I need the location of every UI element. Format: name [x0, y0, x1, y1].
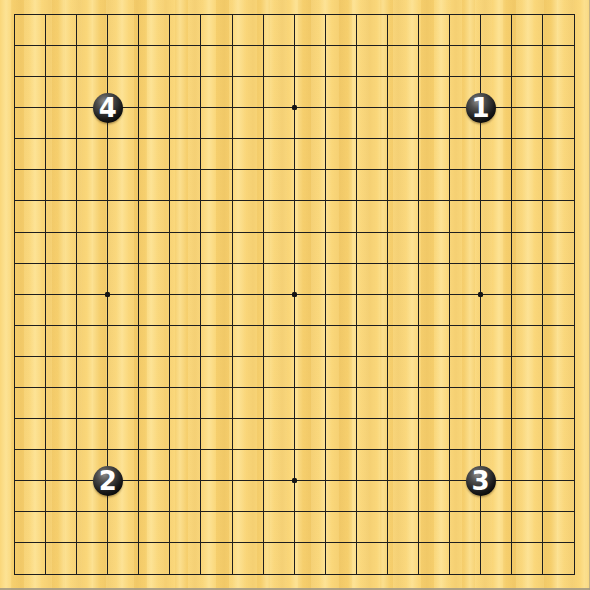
grid-cell	[295, 233, 326, 264]
grid-cell	[77, 543, 108, 574]
grid-cell	[15, 264, 46, 295]
grid-cell	[233, 15, 264, 46]
grid-cell	[233, 264, 264, 295]
grid-cell	[419, 481, 450, 512]
grid-cell	[326, 201, 357, 232]
grid-cell	[326, 15, 357, 46]
grid-cell	[481, 295, 512, 326]
grid-cell	[295, 201, 326, 232]
grid-cell	[543, 450, 574, 481]
grid-cell	[139, 357, 170, 388]
grid-cell	[264, 233, 295, 264]
star-point	[292, 478, 297, 483]
grid-cell	[419, 357, 450, 388]
grid-cell	[512, 46, 543, 77]
grid-cell	[512, 512, 543, 543]
grid-cell	[170, 295, 201, 326]
grid-cell	[388, 77, 419, 108]
grid-cell	[543, 326, 574, 357]
grid-cell	[543, 357, 574, 388]
grid-cell	[543, 512, 574, 543]
grid-cell	[388, 46, 419, 77]
grid-cell	[46, 77, 77, 108]
grid-cell	[326, 419, 357, 450]
grid-cell	[419, 543, 450, 574]
grid-cell	[326, 450, 357, 481]
grid-cell	[388, 264, 419, 295]
grid-cell	[295, 295, 326, 326]
grid-cell	[201, 264, 232, 295]
grid-cell	[450, 201, 481, 232]
grid-cell	[201, 201, 232, 232]
grid-cell	[108, 233, 139, 264]
grid-cell	[77, 512, 108, 543]
grid-cell	[264, 139, 295, 170]
grid-cell	[450, 46, 481, 77]
stone-number: 4	[99, 92, 117, 122]
grid-cell	[77, 233, 108, 264]
grid-cell	[512, 357, 543, 388]
grid-cell	[326, 46, 357, 77]
grid-cell	[233, 77, 264, 108]
grid-cell	[419, 108, 450, 139]
stone-move-4[interactable]: 4	[93, 93, 123, 123]
grid-cell	[481, 46, 512, 77]
grid-cell	[543, 15, 574, 46]
grid-cell	[139, 388, 170, 419]
grid-cell	[46, 46, 77, 77]
grid-cell	[201, 46, 232, 77]
grid-cell	[543, 419, 574, 450]
grid-cell	[15, 450, 46, 481]
grid-cell	[264, 543, 295, 574]
grid-cell	[46, 388, 77, 419]
grid-cell	[419, 46, 450, 77]
grid-cell	[77, 264, 108, 295]
grid-cell	[46, 264, 77, 295]
grid-cell	[108, 46, 139, 77]
grid-cell	[77, 388, 108, 419]
grid-cell	[139, 450, 170, 481]
grid-cell	[419, 77, 450, 108]
grid-cell	[295, 77, 326, 108]
grid-cell	[233, 543, 264, 574]
grid-cell	[264, 201, 295, 232]
grid-cell	[201, 233, 232, 264]
grid-cell	[201, 139, 232, 170]
grid-cell	[481, 388, 512, 419]
grid-cell	[201, 543, 232, 574]
grid-cell	[326, 357, 357, 388]
grid-cell	[543, 295, 574, 326]
grid-cell	[481, 264, 512, 295]
grid-cell	[201, 419, 232, 450]
grid-cell	[264, 512, 295, 543]
grid-cell	[419, 419, 450, 450]
grid-cell	[388, 108, 419, 139]
grid-cell	[450, 15, 481, 46]
grid-cell	[295, 357, 326, 388]
grid-cell	[15, 543, 46, 574]
grid-cell	[295, 543, 326, 574]
grid-cell	[108, 295, 139, 326]
grid-cell	[419, 139, 450, 170]
grid-cell	[15, 233, 46, 264]
grid-cell	[108, 139, 139, 170]
grid-cell	[108, 388, 139, 419]
grid-cell	[357, 108, 388, 139]
grid-cell	[512, 15, 543, 46]
grid-cell	[512, 233, 543, 264]
star-point	[105, 292, 110, 297]
grid-cell	[264, 108, 295, 139]
grid-cell	[170, 481, 201, 512]
grid-cell	[357, 77, 388, 108]
grid-cell	[326, 139, 357, 170]
grid-cell	[139, 139, 170, 170]
grid-cell	[419, 233, 450, 264]
grid-cell	[170, 170, 201, 201]
grid-cell	[201, 450, 232, 481]
grid-cell	[15, 512, 46, 543]
grid-cell	[357, 388, 388, 419]
grid-cell	[46, 233, 77, 264]
grid-cell	[108, 543, 139, 574]
grid-cell	[201, 357, 232, 388]
grid-cell	[233, 357, 264, 388]
grid-cell	[543, 233, 574, 264]
grid-cell	[295, 108, 326, 139]
grid-cell	[419, 326, 450, 357]
grid-cell	[77, 326, 108, 357]
grid-cell	[357, 450, 388, 481]
stone-move-2[interactable]: 2	[93, 466, 123, 496]
grid-cell	[139, 264, 170, 295]
grid-cell	[481, 512, 512, 543]
grid-cell	[139, 543, 170, 574]
grid-cell	[481, 233, 512, 264]
grid-cell	[264, 46, 295, 77]
grid-cell	[543, 170, 574, 201]
grid-cell	[357, 15, 388, 46]
grid-cell	[419, 15, 450, 46]
grid-cell	[139, 15, 170, 46]
grid-cell	[419, 295, 450, 326]
grid-cell	[543, 481, 574, 512]
grid-cell	[139, 481, 170, 512]
grid-cell	[170, 543, 201, 574]
grid-cell	[512, 264, 543, 295]
grid-cell	[512, 326, 543, 357]
grid-cell	[170, 15, 201, 46]
grid-cell	[201, 15, 232, 46]
grid-cell	[108, 419, 139, 450]
grid-cell	[388, 233, 419, 264]
grid-cell	[388, 388, 419, 419]
grid-cell	[170, 77, 201, 108]
grid-cell	[450, 264, 481, 295]
grid-cell	[419, 264, 450, 295]
grid-cell	[233, 46, 264, 77]
grid-cell	[450, 388, 481, 419]
grid-cell	[170, 201, 201, 232]
star-point	[292, 292, 297, 297]
grid-cell	[201, 295, 232, 326]
grid-cell	[139, 170, 170, 201]
grid-cell	[326, 326, 357, 357]
grid-cell	[46, 543, 77, 574]
grid-cell	[388, 326, 419, 357]
grid-cell	[388, 357, 419, 388]
grid-cell	[357, 326, 388, 357]
grid-cell	[46, 512, 77, 543]
grid-cell	[15, 388, 46, 419]
grid-cell	[357, 357, 388, 388]
grid-cell	[388, 481, 419, 512]
grid-cell	[543, 108, 574, 139]
grid-cell	[15, 357, 46, 388]
grid-cell	[388, 201, 419, 232]
grid-cell	[77, 419, 108, 450]
grid-cell	[264, 15, 295, 46]
grid-cell	[450, 543, 481, 574]
grid-cell	[170, 108, 201, 139]
grid-cell	[419, 450, 450, 481]
grid-cell	[139, 201, 170, 232]
grid-cell	[264, 357, 295, 388]
grid-cell	[326, 77, 357, 108]
grid-cell	[450, 295, 481, 326]
grid-cell	[46, 326, 77, 357]
grid-cell	[108, 15, 139, 46]
grid-cell	[481, 139, 512, 170]
grid-cell	[326, 543, 357, 574]
grid-cell	[201, 481, 232, 512]
grid-cell	[295, 139, 326, 170]
grid-cell	[233, 233, 264, 264]
grid-cell	[170, 419, 201, 450]
grid-cell	[450, 326, 481, 357]
grid-cell	[388, 295, 419, 326]
grid-cell	[357, 46, 388, 77]
grid-cell	[15, 77, 46, 108]
grid-cell	[357, 201, 388, 232]
grid-cell	[326, 295, 357, 326]
grid-cell	[295, 326, 326, 357]
grid-cell	[77, 201, 108, 232]
grid-cell	[264, 295, 295, 326]
grid-cell	[450, 233, 481, 264]
grid-cell	[201, 77, 232, 108]
grid-cell	[170, 139, 201, 170]
grid-cell	[233, 139, 264, 170]
grid-cell	[108, 201, 139, 232]
grid-cell	[450, 139, 481, 170]
stone-number: 3	[472, 465, 490, 495]
grid-cell	[543, 201, 574, 232]
grid-cell	[15, 46, 46, 77]
grid-cell	[139, 295, 170, 326]
grid-cell	[233, 419, 264, 450]
grid-cell	[512, 295, 543, 326]
grid-cell	[512, 450, 543, 481]
grid-cell	[450, 357, 481, 388]
grid-cell	[388, 15, 419, 46]
grid-cell	[543, 46, 574, 77]
grid-cell	[388, 450, 419, 481]
go-board[interactable]: 1234	[0, 0, 590, 590]
grid-cell	[108, 264, 139, 295]
grid-cell	[512, 170, 543, 201]
grid-cell	[46, 108, 77, 139]
stone-move-1[interactable]: 1	[466, 93, 496, 123]
grid-cell	[295, 419, 326, 450]
grid-cell	[295, 481, 326, 512]
grid-cell	[295, 512, 326, 543]
grid-cell	[357, 481, 388, 512]
grid-cell	[139, 512, 170, 543]
grid-cell	[357, 264, 388, 295]
grid-cell	[543, 139, 574, 170]
grid-cell	[233, 201, 264, 232]
star-point	[292, 105, 297, 110]
grid-cell	[170, 326, 201, 357]
grid-cell	[388, 543, 419, 574]
grid-cell	[264, 388, 295, 419]
grid-cell	[512, 108, 543, 139]
grid-cell	[419, 512, 450, 543]
grid-cell	[139, 419, 170, 450]
grid-cell	[77, 15, 108, 46]
grid-cell	[295, 46, 326, 77]
grid-cell	[77, 139, 108, 170]
grid-cell	[512, 481, 543, 512]
grid-cell	[295, 170, 326, 201]
grid-cell	[419, 388, 450, 419]
grid-cell	[233, 388, 264, 419]
grid-cell	[233, 512, 264, 543]
grid-cell	[512, 139, 543, 170]
grid-cell	[481, 201, 512, 232]
grid-cell	[170, 512, 201, 543]
grid-cell	[450, 512, 481, 543]
grid-cell	[77, 170, 108, 201]
grid-cell	[46, 450, 77, 481]
grid-cell	[481, 419, 512, 450]
grid-cell	[264, 481, 295, 512]
grid-cell	[15, 419, 46, 450]
grid-cell	[295, 450, 326, 481]
grid-cell	[543, 77, 574, 108]
stone-move-3[interactable]: 3	[466, 466, 496, 496]
grid-cell	[15, 139, 46, 170]
grid-cell	[326, 388, 357, 419]
grid-cell	[264, 419, 295, 450]
grid-cell	[295, 15, 326, 46]
grid-cell	[543, 264, 574, 295]
grid-cell	[46, 139, 77, 170]
grid-cell	[357, 139, 388, 170]
grid-cell	[357, 512, 388, 543]
grid-cell	[15, 108, 46, 139]
grid-cell	[357, 419, 388, 450]
grid-cell	[481, 15, 512, 46]
grid-cell	[170, 388, 201, 419]
grid-cell	[170, 357, 201, 388]
grid-cell	[77, 295, 108, 326]
grid-cell	[15, 295, 46, 326]
grid-cell	[543, 543, 574, 574]
grid-cell	[170, 264, 201, 295]
grid-cell	[295, 264, 326, 295]
grid-cell	[46, 419, 77, 450]
grid-cell	[77, 46, 108, 77]
grid-cell	[46, 201, 77, 232]
grid-cell	[15, 481, 46, 512]
grid-cell	[46, 357, 77, 388]
grid-cell	[481, 543, 512, 574]
grid-cell	[388, 512, 419, 543]
grid-cell	[233, 108, 264, 139]
grid-cell	[481, 170, 512, 201]
grid-cell	[108, 326, 139, 357]
grid-cell	[512, 388, 543, 419]
grid-cell	[295, 388, 326, 419]
grid-cell	[233, 326, 264, 357]
grid-cell	[46, 481, 77, 512]
grid-cell	[46, 170, 77, 201]
grid-cell	[233, 450, 264, 481]
grid-cell	[233, 170, 264, 201]
grid-cell	[264, 450, 295, 481]
grid-cell	[233, 295, 264, 326]
stone-number: 2	[99, 465, 117, 495]
star-point	[478, 292, 483, 297]
stone-number: 1	[472, 92, 490, 122]
grid-cell	[264, 77, 295, 108]
grid-cell	[388, 139, 419, 170]
grid-cell	[326, 512, 357, 543]
grid-cell	[46, 15, 77, 46]
grid-cell	[15, 326, 46, 357]
grid-cell	[108, 357, 139, 388]
grid-cell	[15, 15, 46, 46]
grid-cell	[139, 326, 170, 357]
grid-cell	[139, 233, 170, 264]
grid-cell	[326, 170, 357, 201]
grid-cell	[170, 450, 201, 481]
grid-cell	[201, 326, 232, 357]
grid-cell	[388, 419, 419, 450]
grid-cell	[326, 264, 357, 295]
grid-cell	[264, 170, 295, 201]
grid-cell	[450, 419, 481, 450]
grid-cell	[450, 170, 481, 201]
grid-cell	[15, 201, 46, 232]
grid-cell	[108, 512, 139, 543]
grid-cell	[543, 388, 574, 419]
grid-cell	[481, 326, 512, 357]
grid-cell	[139, 46, 170, 77]
grid-cell	[326, 233, 357, 264]
grid-cell	[108, 170, 139, 201]
grid-cell	[357, 295, 388, 326]
grid-cell	[233, 481, 264, 512]
grid-cell	[264, 264, 295, 295]
grid-cell	[201, 388, 232, 419]
grid-cell	[357, 233, 388, 264]
grid-cell	[357, 543, 388, 574]
